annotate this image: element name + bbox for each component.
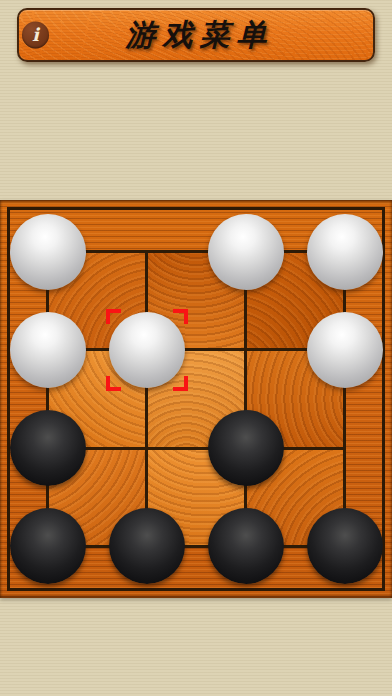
white-stone[interactable] — [208, 214, 284, 290]
black-stone[interactable] — [307, 508, 383, 584]
white-stone[interactable] — [10, 312, 86, 388]
selection-corner — [173, 309, 188, 324]
selection-corner — [106, 376, 121, 391]
selection-corner — [173, 376, 188, 391]
white-stone[interactable] — [10, 214, 86, 290]
page-title: 游戏菜单 — [19, 10, 373, 60]
black-stone[interactable] — [208, 410, 284, 486]
white-stone[interactable] — [307, 214, 383, 290]
black-stone[interactable] — [10, 508, 86, 584]
black-stone[interactable] — [208, 508, 284, 584]
game-board[interactable] — [0, 200, 392, 598]
black-stone[interactable] — [109, 508, 185, 584]
selection-corner — [106, 309, 121, 324]
game-menu-banner[interactable]: i 游戏菜单 — [17, 8, 375, 62]
black-stone[interactable] — [10, 410, 86, 486]
selection-marker — [106, 309, 188, 391]
white-stone[interactable] — [307, 312, 383, 388]
stones-layer — [0, 200, 392, 598]
